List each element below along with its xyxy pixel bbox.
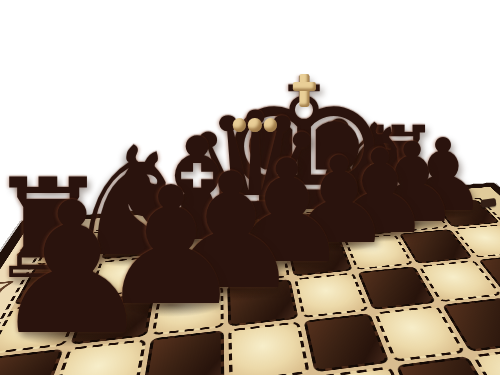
- chess-board-grid: [0, 200, 500, 375]
- square-d8: [226, 217, 282, 248]
- square-a7: [14, 262, 97, 305]
- square-c6: [151, 286, 224, 336]
- square-c5: [141, 330, 224, 375]
- square-c8: [165, 221, 223, 253]
- chess-board: 87654321: [0, 183, 500, 375]
- square-d5: [228, 322, 308, 375]
- square-a8: [35, 231, 108, 266]
- square-a6: [0, 300, 83, 354]
- square-e7: [286, 239, 352, 276]
- square-b8: [101, 226, 166, 260]
- chess-set-photo: 87654321 ♜♞♝♛♚♝♞♜♟♟♟♟♟♟♟♟: [0, 0, 500, 375]
- square-b7: [88, 256, 161, 297]
- square-b6: [71, 293, 155, 345]
- square-e5: [303, 313, 389, 372]
- square-c7: [159, 250, 223, 290]
- queen-finial-balls: [233, 118, 277, 132]
- board-perspective-wrap: 87654321: [40, 200, 500, 375]
- square-d6: [227, 279, 297, 327]
- square-a5: [0, 349, 64, 375]
- square-e6: [294, 272, 369, 318]
- king-cross-finial: [299, 74, 309, 107]
- square-e8: [280, 212, 340, 242]
- square-d7: [227, 245, 290, 283]
- square-b5: [48, 339, 146, 375]
